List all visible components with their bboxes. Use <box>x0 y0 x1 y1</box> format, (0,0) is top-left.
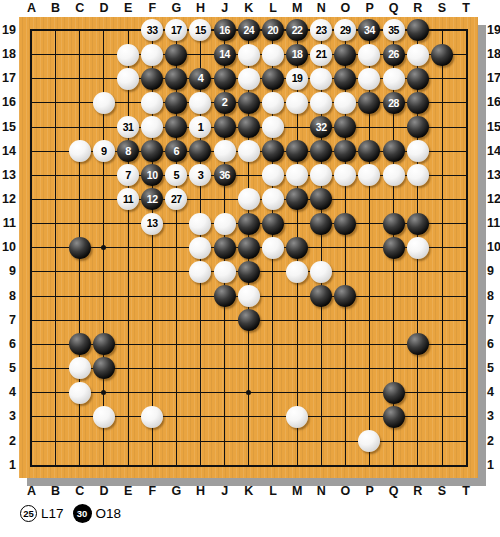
stone-J17 <box>214 68 236 90</box>
stone-G13: 5 <box>165 164 187 186</box>
stone-P18 <box>358 44 380 66</box>
row-label-13: 13 <box>487 168 500 183</box>
stone-Q16: 28 <box>383 92 405 114</box>
row-label-2: 2 <box>487 434 500 449</box>
col-label-B: B <box>44 1 68 15</box>
stone-E17 <box>117 68 139 90</box>
col-label-P: P <box>358 1 382 15</box>
stone-M12 <box>286 188 308 210</box>
stone-H9 <box>189 261 211 283</box>
col-label-S: S <box>430 1 454 15</box>
stone-E18 <box>117 44 139 66</box>
stone-K15 <box>238 116 260 138</box>
stone-P17 <box>358 68 380 90</box>
col-label-T: T <box>454 484 478 498</box>
stone-N8 <box>310 285 332 307</box>
stone-F12: 12 <box>141 188 163 210</box>
row-label-8: 8 <box>487 289 500 304</box>
stone-E13: 7 <box>117 164 139 186</box>
col-label-A: A <box>19 484 43 498</box>
stone-E12: 11 <box>117 188 139 210</box>
stone-M13 <box>286 164 308 186</box>
stone-M19: 22 <box>286 19 308 41</box>
go-diagram-page: AABBCCDDEEFFGGHHJJKKLLMMNNOOPPQQRRSSTT19… <box>0 0 500 537</box>
stone-N16 <box>310 92 332 114</box>
row-label-12: 12 <box>487 192 500 207</box>
stone-K7 <box>238 309 260 331</box>
col-label-G: G <box>164 1 188 15</box>
stone-H15: 1 <box>189 116 211 138</box>
stone-P13 <box>358 164 380 186</box>
stone-M17: 19 <box>286 68 308 90</box>
stone-F17 <box>141 68 163 90</box>
row-label-17: 17 <box>487 71 500 86</box>
stone-L13 <box>262 164 284 186</box>
stone-D3 <box>93 406 115 428</box>
col-label-R: R <box>406 484 430 498</box>
stone-D14: 9 <box>93 140 115 162</box>
stone-K19: 24 <box>238 19 260 41</box>
stone-O11 <box>334 213 356 235</box>
row-label-14: 14 <box>487 144 500 159</box>
row-label-10: 10 <box>0 240 16 255</box>
black-stone-badge: 30 <box>73 504 92 523</box>
col-label-J: J <box>213 1 237 15</box>
stone-H13: 3 <box>189 164 211 186</box>
col-label-N: N <box>309 484 333 498</box>
stone-Q19: 35 <box>383 19 405 41</box>
stone-M14 <box>286 140 308 162</box>
stone-E15: 31 <box>117 116 139 138</box>
stone-C4 <box>69 382 91 404</box>
row-label-17: 17 <box>0 71 16 86</box>
stone-D5 <box>93 357 115 379</box>
stone-J10 <box>214 237 236 259</box>
stone-J15 <box>214 116 236 138</box>
stone-H11 <box>189 213 211 235</box>
stones-layer: 3317151624202223293435141821264192283113… <box>19 18 478 477</box>
stone-G12: 27 <box>165 188 187 210</box>
stone-F19: 33 <box>141 19 163 41</box>
stone-K17 <box>238 68 260 90</box>
col-label-H: H <box>189 484 213 498</box>
stone-C10 <box>69 237 91 259</box>
col-label-K: K <box>237 1 261 15</box>
stone-R13 <box>407 164 429 186</box>
stone-Q18: 26 <box>383 44 405 66</box>
stone-N11 <box>310 213 332 235</box>
stone-O18 <box>334 44 356 66</box>
row-label-19: 19 <box>0 23 16 38</box>
move-annotations: 25 L17 30 O18 <box>20 504 130 523</box>
row-label-12: 12 <box>0 192 16 207</box>
col-label-O: O <box>333 484 357 498</box>
stone-N17 <box>310 68 332 90</box>
stone-K18 <box>238 44 260 66</box>
col-label-M: M <box>285 1 309 15</box>
stone-K16 <box>238 92 260 114</box>
row-label-2: 2 <box>0 434 16 449</box>
col-label-T: T <box>454 1 478 15</box>
col-label-C: C <box>68 1 92 15</box>
stone-H19: 15 <box>189 19 211 41</box>
stone-L12 <box>262 188 284 210</box>
stone-F14 <box>141 140 163 162</box>
stone-G18 <box>165 44 187 66</box>
stone-Q3 <box>383 406 405 428</box>
stone-E14: 8 <box>117 140 139 162</box>
stone-L14 <box>262 140 284 162</box>
stone-Q17 <box>383 68 405 90</box>
stone-Q11 <box>383 213 405 235</box>
stone-J11 <box>214 213 236 235</box>
stone-O13 <box>334 164 356 186</box>
stone-R14 <box>407 140 429 162</box>
row-label-3: 3 <box>0 409 16 424</box>
stone-R11 <box>407 213 429 235</box>
stone-G14: 6 <box>165 140 187 162</box>
stone-H17: 4 <box>189 68 211 90</box>
stone-J8 <box>214 285 236 307</box>
col-label-F: F <box>140 1 164 15</box>
stone-J13: 36 <box>214 164 236 186</box>
row-label-8: 8 <box>0 289 16 304</box>
stone-N9 <box>310 261 332 283</box>
row-label-15: 15 <box>487 120 500 135</box>
col-label-D: D <box>92 1 116 15</box>
stone-K8 <box>238 285 260 307</box>
col-label-B: B <box>44 484 68 498</box>
col-label-E: E <box>116 484 140 498</box>
stone-R15 <box>407 116 429 138</box>
white-stone-badge: 25 <box>20 505 37 522</box>
stone-Q13 <box>383 164 405 186</box>
row-label-16: 16 <box>487 95 500 110</box>
stone-D6 <box>93 333 115 355</box>
stone-C6 <box>69 333 91 355</box>
stone-P14 <box>358 140 380 162</box>
col-label-G: G <box>164 484 188 498</box>
stone-L19: 20 <box>262 19 284 41</box>
stone-N15: 32 <box>310 116 332 138</box>
row-label-14: 14 <box>0 144 16 159</box>
stone-O14 <box>334 140 356 162</box>
stone-H10 <box>189 237 211 259</box>
col-label-L: L <box>261 1 285 15</box>
stone-O17 <box>334 68 356 90</box>
stone-N12 <box>310 188 332 210</box>
stone-J9 <box>214 261 236 283</box>
annotation-point: O18 <box>96 506 122 521</box>
row-label-1: 1 <box>0 458 16 473</box>
stone-K12 <box>238 188 260 210</box>
col-label-R: R <box>406 1 430 15</box>
stone-L17 <box>262 68 284 90</box>
row-label-11: 11 <box>487 216 500 231</box>
row-label-3: 3 <box>487 409 500 424</box>
stone-F11: 13 <box>141 213 163 235</box>
col-label-N: N <box>309 1 333 15</box>
stone-F3 <box>141 406 163 428</box>
stone-N19: 23 <box>310 19 332 41</box>
stone-C14 <box>69 140 91 162</box>
stone-R10 <box>407 237 429 259</box>
stone-S18 <box>431 44 453 66</box>
stone-N13 <box>310 164 332 186</box>
stone-G19: 17 <box>165 19 187 41</box>
stone-O19: 29 <box>334 19 356 41</box>
col-label-M: M <box>285 484 309 498</box>
stone-L10 <box>262 237 284 259</box>
stone-J16: 2 <box>214 92 236 114</box>
annotation-point: L17 <box>41 506 64 521</box>
col-label-C: C <box>68 484 92 498</box>
stone-P2 <box>358 430 380 452</box>
stone-M16 <box>286 92 308 114</box>
row-label-15: 15 <box>0 120 16 135</box>
row-label-13: 13 <box>0 168 16 183</box>
stone-K14 <box>238 140 260 162</box>
col-label-Q: Q <box>382 1 406 15</box>
stone-G15 <box>165 116 187 138</box>
row-label-9: 9 <box>0 264 16 279</box>
stone-L16 <box>262 92 284 114</box>
stone-K10 <box>238 237 260 259</box>
col-label-F: F <box>140 484 164 498</box>
stone-R16 <box>407 92 429 114</box>
stone-G17 <box>165 68 187 90</box>
row-label-11: 11 <box>0 216 16 231</box>
row-label-18: 18 <box>487 47 500 62</box>
row-label-10: 10 <box>487 240 500 255</box>
stone-N14 <box>310 140 332 162</box>
stone-M9 <box>286 261 308 283</box>
row-label-7: 7 <box>0 313 16 328</box>
stone-G16 <box>165 92 187 114</box>
col-label-L: L <box>261 484 285 498</box>
stone-L11 <box>262 213 284 235</box>
stone-O8 <box>334 285 356 307</box>
col-label-E: E <box>116 1 140 15</box>
stone-J14 <box>214 140 236 162</box>
stone-R6 <box>407 333 429 355</box>
stone-C5 <box>69 357 91 379</box>
row-label-6: 6 <box>0 337 16 352</box>
row-label-5: 5 <box>487 361 500 376</box>
stone-Q14 <box>383 140 405 162</box>
col-label-J: J <box>213 484 237 498</box>
row-label-18: 18 <box>0 47 16 62</box>
stone-J18: 14 <box>214 44 236 66</box>
stone-J19: 16 <box>214 19 236 41</box>
col-label-S: S <box>430 484 454 498</box>
stone-D16 <box>93 92 115 114</box>
stone-F15 <box>141 116 163 138</box>
col-label-D: D <box>92 484 116 498</box>
stone-Q4 <box>383 382 405 404</box>
row-label-5: 5 <box>0 361 16 376</box>
col-label-Q: Q <box>382 484 406 498</box>
col-label-A: A <box>19 1 43 15</box>
stone-K11 <box>238 213 260 235</box>
stone-F18 <box>141 44 163 66</box>
row-label-19: 19 <box>487 23 500 38</box>
stone-N18: 21 <box>310 44 332 66</box>
row-label-4: 4 <box>0 385 16 400</box>
col-label-P: P <box>358 484 382 498</box>
stone-R18 <box>407 44 429 66</box>
row-label-16: 16 <box>0 95 16 110</box>
stone-H14 <box>189 140 211 162</box>
stone-M3 <box>286 406 308 428</box>
stone-L18 <box>262 44 284 66</box>
row-label-1: 1 <box>487 458 500 473</box>
stone-F13: 10 <box>141 164 163 186</box>
col-label-H: H <box>189 1 213 15</box>
col-label-O: O <box>333 1 357 15</box>
row-label-7: 7 <box>487 313 500 328</box>
stone-H16 <box>189 92 211 114</box>
stone-M10 <box>286 237 308 259</box>
stone-P19: 34 <box>358 19 380 41</box>
stone-R17 <box>407 68 429 90</box>
stone-K9 <box>238 261 260 283</box>
stone-O16 <box>334 92 356 114</box>
col-label-K: K <box>237 484 261 498</box>
row-label-9: 9 <box>487 264 500 279</box>
stone-P16 <box>358 92 380 114</box>
stone-O15 <box>334 116 356 138</box>
stone-M18: 18 <box>286 44 308 66</box>
stone-L15 <box>262 116 284 138</box>
row-label-6: 6 <box>487 337 500 352</box>
stone-R19 <box>407 19 429 41</box>
stone-F16 <box>141 92 163 114</box>
stone-Q10 <box>383 237 405 259</box>
row-label-4: 4 <box>487 385 500 400</box>
